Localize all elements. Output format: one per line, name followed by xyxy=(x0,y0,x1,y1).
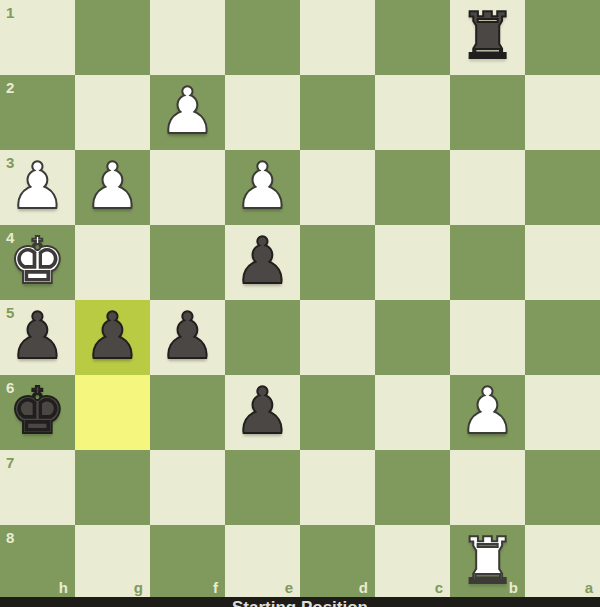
file-label-c: c xyxy=(435,579,443,596)
white-pawn[interactable]: ♟︎ xyxy=(150,75,225,150)
square-b2[interactable] xyxy=(450,75,525,150)
square-b6[interactable]: ♟︎ xyxy=(450,375,525,450)
file-label-a: a xyxy=(585,579,593,596)
square-a6[interactable] xyxy=(525,375,600,450)
square-c4[interactable] xyxy=(375,225,450,300)
square-h4[interactable]: 4♚︎ xyxy=(0,225,75,300)
file-label-e: e xyxy=(285,579,293,596)
square-a8[interactable]: a xyxy=(525,525,600,600)
file-label-g: g xyxy=(134,579,143,596)
game-status-label: Starting Position xyxy=(232,598,368,607)
file-label-d: d xyxy=(359,579,368,596)
square-g5[interactable]: ♟︎ xyxy=(75,300,150,375)
white-king[interactable]: ♚︎ xyxy=(0,225,75,300)
square-e3[interactable]: ♟︎ xyxy=(225,150,300,225)
rank-label-8: 8 xyxy=(6,529,14,546)
square-g8[interactable]: g xyxy=(75,525,150,600)
square-a5[interactable] xyxy=(525,300,600,375)
square-d5[interactable] xyxy=(300,300,375,375)
square-b1[interactable]: ♜︎ xyxy=(450,0,525,75)
square-d8[interactable]: d xyxy=(300,525,375,600)
rank-label-1: 1 xyxy=(6,4,14,21)
square-e1[interactable] xyxy=(225,0,300,75)
square-h2[interactable]: 2 xyxy=(0,75,75,150)
square-a2[interactable] xyxy=(525,75,600,150)
square-h7[interactable]: 7 xyxy=(0,450,75,525)
square-c3[interactable] xyxy=(375,150,450,225)
black-king[interactable]: ♚︎ xyxy=(0,375,75,450)
chess-board: 1♜︎2♟︎3♟︎♟︎♟︎4♚︎♟︎5♟︎♟︎♟︎6♚︎♟︎♟︎78hgfedc… xyxy=(0,0,600,600)
white-pawn[interactable]: ♟︎ xyxy=(225,150,300,225)
square-d4[interactable] xyxy=(300,225,375,300)
square-g2[interactable] xyxy=(75,75,150,150)
square-d1[interactable] xyxy=(300,0,375,75)
square-g4[interactable] xyxy=(75,225,150,300)
white-pawn[interactable]: ♟︎ xyxy=(75,150,150,225)
square-b3[interactable] xyxy=(450,150,525,225)
square-d3[interactable] xyxy=(300,150,375,225)
rank-label-7: 7 xyxy=(6,454,14,471)
square-g6[interactable] xyxy=(75,375,150,450)
square-e7[interactable] xyxy=(225,450,300,525)
black-pawn[interactable]: ♟︎ xyxy=(0,300,75,375)
square-c2[interactable] xyxy=(375,75,450,150)
square-b7[interactable] xyxy=(450,450,525,525)
square-c1[interactable] xyxy=(375,0,450,75)
chess-app: 1♜︎2♟︎3♟︎♟︎♟︎4♚︎♟︎5♟︎♟︎♟︎6♚︎♟︎♟︎78hgfedc… xyxy=(0,0,600,607)
white-pawn[interactable]: ♟︎ xyxy=(0,150,75,225)
square-f1[interactable] xyxy=(150,0,225,75)
square-h3[interactable]: 3♟︎ xyxy=(0,150,75,225)
square-b8[interactable]: b♜︎ xyxy=(450,525,525,600)
square-f4[interactable] xyxy=(150,225,225,300)
square-h8[interactable]: 8h xyxy=(0,525,75,600)
square-g3[interactable]: ♟︎ xyxy=(75,150,150,225)
square-f6[interactable] xyxy=(150,375,225,450)
square-b5[interactable] xyxy=(450,300,525,375)
square-b4[interactable] xyxy=(450,225,525,300)
square-d6[interactable] xyxy=(300,375,375,450)
rank-label-2: 2 xyxy=(6,79,14,96)
square-c7[interactable] xyxy=(375,450,450,525)
white-pawn[interactable]: ♟︎ xyxy=(450,375,525,450)
black-pawn[interactable]: ♟︎ xyxy=(150,300,225,375)
square-e5[interactable] xyxy=(225,300,300,375)
square-f2[interactable]: ♟︎ xyxy=(150,75,225,150)
square-g7[interactable] xyxy=(75,450,150,525)
square-f5[interactable]: ♟︎ xyxy=(150,300,225,375)
square-e2[interactable] xyxy=(225,75,300,150)
square-e4[interactable]: ♟︎ xyxy=(225,225,300,300)
square-a7[interactable] xyxy=(525,450,600,525)
square-a4[interactable] xyxy=(525,225,600,300)
black-rook[interactable]: ♜︎ xyxy=(450,0,525,75)
black-pawn[interactable]: ♟︎ xyxy=(75,300,150,375)
square-g1[interactable] xyxy=(75,0,150,75)
square-e8[interactable]: e xyxy=(225,525,300,600)
file-label-f: f xyxy=(213,579,218,596)
black-pawn[interactable]: ♟︎ xyxy=(225,225,300,300)
square-f3[interactable] xyxy=(150,150,225,225)
square-a1[interactable] xyxy=(525,0,600,75)
square-f7[interactable] xyxy=(150,450,225,525)
square-a3[interactable] xyxy=(525,150,600,225)
file-label-h: h xyxy=(59,579,68,596)
game-status-bar: Starting Position xyxy=(0,597,600,607)
square-e6[interactable]: ♟︎ xyxy=(225,375,300,450)
square-h1[interactable]: 1 xyxy=(0,0,75,75)
square-f8[interactable]: f xyxy=(150,525,225,600)
square-d7[interactable] xyxy=(300,450,375,525)
square-c5[interactable] xyxy=(375,300,450,375)
square-h5[interactable]: 5♟︎ xyxy=(0,300,75,375)
square-c8[interactable]: c xyxy=(375,525,450,600)
square-d2[interactable] xyxy=(300,75,375,150)
square-h6[interactable]: 6♚︎ xyxy=(0,375,75,450)
black-pawn[interactable]: ♟︎ xyxy=(225,375,300,450)
white-rook[interactable]: ♜︎ xyxy=(450,525,525,600)
square-c6[interactable] xyxy=(375,375,450,450)
